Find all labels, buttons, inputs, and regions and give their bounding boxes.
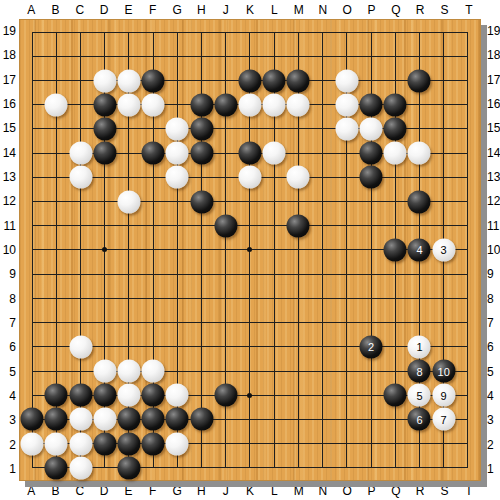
intersection-K18[interactable] xyxy=(238,44,262,68)
intersection-S12[interactable] xyxy=(432,189,456,213)
intersection-J17[interactable] xyxy=(214,68,238,92)
intersection-A18[interactable] xyxy=(20,44,44,68)
intersection-H6[interactable] xyxy=(189,335,213,359)
intersection-N1[interactable] xyxy=(311,456,335,480)
intersection-F13[interactable] xyxy=(141,165,165,189)
intersection-H7[interactable] xyxy=(189,311,213,335)
intersection-J2[interactable] xyxy=(214,432,238,456)
intersection-L16[interactable] xyxy=(262,93,286,117)
intersection-A6[interactable] xyxy=(20,335,44,359)
intersection-E12[interactable] xyxy=(117,189,141,213)
intersection-K4[interactable] xyxy=(238,383,262,407)
intersection-J18[interactable] xyxy=(214,44,238,68)
intersection-R5[interactable]: 8 xyxy=(407,359,431,383)
intersection-P8[interactable] xyxy=(359,286,383,310)
intersection-K16[interactable] xyxy=(238,93,262,117)
intersection-L4[interactable] xyxy=(262,383,286,407)
intersection-T7[interactable] xyxy=(456,311,480,335)
intersection-A16[interactable] xyxy=(20,93,44,117)
intersection-P2[interactable] xyxy=(359,432,383,456)
intersection-C17[interactable] xyxy=(68,68,92,92)
intersection-H9[interactable] xyxy=(189,262,213,286)
intersection-H3[interactable] xyxy=(189,407,213,431)
intersection-H10[interactable] xyxy=(189,238,213,262)
intersection-E6[interactable] xyxy=(117,335,141,359)
intersection-O5[interactable] xyxy=(335,359,359,383)
intersection-Q13[interactable] xyxy=(383,165,407,189)
intersection-A8[interactable] xyxy=(20,286,44,310)
intersection-N4[interactable] xyxy=(311,383,335,407)
intersection-F1[interactable] xyxy=(141,456,165,480)
intersection-A13[interactable] xyxy=(20,165,44,189)
intersection-K10[interactable] xyxy=(238,238,262,262)
intersection-S16[interactable] xyxy=(432,93,456,117)
intersection-B14[interactable] xyxy=(44,141,68,165)
intersection-S17[interactable] xyxy=(432,68,456,92)
intersection-D16[interactable] xyxy=(93,93,117,117)
intersection-K9[interactable] xyxy=(238,262,262,286)
intersection-O3[interactable] xyxy=(335,407,359,431)
intersection-Q12[interactable] xyxy=(383,189,407,213)
intersection-M2[interactable] xyxy=(286,432,310,456)
intersection-S6[interactable] xyxy=(432,335,456,359)
intersection-K14[interactable] xyxy=(238,141,262,165)
intersection-M8[interactable] xyxy=(286,286,310,310)
intersection-D18[interactable] xyxy=(93,44,117,68)
intersection-G17[interactable] xyxy=(165,68,189,92)
intersection-P1[interactable] xyxy=(359,456,383,480)
intersection-N12[interactable] xyxy=(311,189,335,213)
intersection-E11[interactable] xyxy=(117,214,141,238)
intersection-C4[interactable] xyxy=(68,383,92,407)
intersection-G3[interactable] xyxy=(165,407,189,431)
intersection-G12[interactable] xyxy=(165,189,189,213)
intersection-N5[interactable] xyxy=(311,359,335,383)
intersection-E7[interactable] xyxy=(117,311,141,335)
intersection-C16[interactable] xyxy=(68,93,92,117)
intersection-L18[interactable] xyxy=(262,44,286,68)
intersection-P14[interactable] xyxy=(359,141,383,165)
intersection-M7[interactable] xyxy=(286,311,310,335)
intersection-E13[interactable] xyxy=(117,165,141,189)
intersection-D14[interactable] xyxy=(93,141,117,165)
intersection-B16[interactable] xyxy=(44,93,68,117)
intersection-Q18[interactable] xyxy=(383,44,407,68)
intersection-O14[interactable] xyxy=(335,141,359,165)
intersection-G8[interactable] xyxy=(165,286,189,310)
intersection-E9[interactable] xyxy=(117,262,141,286)
intersection-B6[interactable] xyxy=(44,335,68,359)
intersection-A12[interactable] xyxy=(20,189,44,213)
intersection-H4[interactable] xyxy=(189,383,213,407)
intersection-G14[interactable] xyxy=(165,141,189,165)
intersection-M14[interactable] xyxy=(286,141,310,165)
intersection-R6[interactable]: 1 xyxy=(407,335,431,359)
intersection-M17[interactable] xyxy=(286,68,310,92)
intersection-T9[interactable] xyxy=(456,262,480,286)
intersection-M19[interactable] xyxy=(286,20,310,44)
intersection-A4[interactable] xyxy=(20,383,44,407)
intersection-O1[interactable] xyxy=(335,456,359,480)
intersection-A3[interactable] xyxy=(20,407,44,431)
intersection-C13[interactable] xyxy=(68,165,92,189)
intersection-H8[interactable] xyxy=(189,286,213,310)
intersection-D12[interactable] xyxy=(93,189,117,213)
intersection-S11[interactable] xyxy=(432,214,456,238)
intersection-P3[interactable] xyxy=(359,407,383,431)
intersection-L7[interactable] xyxy=(262,311,286,335)
intersection-J8[interactable] xyxy=(214,286,238,310)
intersection-B19[interactable] xyxy=(44,20,68,44)
intersection-F12[interactable] xyxy=(141,189,165,213)
intersection-O9[interactable] xyxy=(335,262,359,286)
intersection-K13[interactable] xyxy=(238,165,262,189)
intersection-T19[interactable] xyxy=(456,20,480,44)
intersection-G11[interactable] xyxy=(165,214,189,238)
intersection-Q15[interactable] xyxy=(383,117,407,141)
intersection-S18[interactable] xyxy=(432,44,456,68)
intersection-H14[interactable] xyxy=(189,141,213,165)
intersection-B5[interactable] xyxy=(44,359,68,383)
intersection-C3[interactable] xyxy=(68,407,92,431)
intersection-P16[interactable] xyxy=(359,93,383,117)
intersection-F6[interactable] xyxy=(141,335,165,359)
intersection-D10[interactable] xyxy=(93,238,117,262)
intersection-M9[interactable] xyxy=(286,262,310,286)
intersection-Q1[interactable] xyxy=(383,456,407,480)
intersection-E15[interactable] xyxy=(117,117,141,141)
intersection-B11[interactable] xyxy=(44,214,68,238)
intersection-S7[interactable] xyxy=(432,311,456,335)
intersection-D15[interactable] xyxy=(93,117,117,141)
intersection-R12[interactable] xyxy=(407,189,431,213)
intersection-P11[interactable] xyxy=(359,214,383,238)
intersection-G10[interactable] xyxy=(165,238,189,262)
intersection-L3[interactable] xyxy=(262,407,286,431)
intersection-B18[interactable] xyxy=(44,44,68,68)
intersection-Q16[interactable] xyxy=(383,93,407,117)
intersection-L6[interactable] xyxy=(262,335,286,359)
intersection-K7[interactable] xyxy=(238,311,262,335)
intersection-K6[interactable] xyxy=(238,335,262,359)
intersection-R10[interactable]: 4 xyxy=(407,238,431,262)
intersection-H18[interactable] xyxy=(189,44,213,68)
intersection-J12[interactable] xyxy=(214,189,238,213)
intersection-N2[interactable] xyxy=(311,432,335,456)
intersection-T11[interactable] xyxy=(456,214,480,238)
intersection-Q9[interactable] xyxy=(383,262,407,286)
intersection-D7[interactable] xyxy=(93,311,117,335)
intersection-C7[interactable] xyxy=(68,311,92,335)
intersection-R4[interactable]: 5 xyxy=(407,383,431,407)
intersection-D2[interactable] xyxy=(93,432,117,456)
intersection-R14[interactable] xyxy=(407,141,431,165)
intersection-R7[interactable] xyxy=(407,311,431,335)
intersection-T14[interactable] xyxy=(456,141,480,165)
intersection-M16[interactable] xyxy=(286,93,310,117)
intersection-B2[interactable] xyxy=(44,432,68,456)
intersection-K11[interactable] xyxy=(238,214,262,238)
intersection-C12[interactable] xyxy=(68,189,92,213)
intersection-H2[interactable] xyxy=(189,432,213,456)
intersection-F5[interactable] xyxy=(141,359,165,383)
intersection-F16[interactable] xyxy=(141,93,165,117)
intersection-E10[interactable] xyxy=(117,238,141,262)
intersection-T5[interactable] xyxy=(456,359,480,383)
intersection-L2[interactable] xyxy=(262,432,286,456)
intersection-C1[interactable] xyxy=(68,456,92,480)
intersection-R19[interactable] xyxy=(407,20,431,44)
intersection-S15[interactable] xyxy=(432,117,456,141)
intersection-T15[interactable] xyxy=(456,117,480,141)
intersection-T6[interactable] xyxy=(456,335,480,359)
intersection-R3[interactable]: 6 xyxy=(407,407,431,431)
intersection-F9[interactable] xyxy=(141,262,165,286)
intersection-E2[interactable] xyxy=(117,432,141,456)
intersection-D4[interactable] xyxy=(93,383,117,407)
intersection-G18[interactable] xyxy=(165,44,189,68)
intersection-Q17[interactable] xyxy=(383,68,407,92)
intersection-O12[interactable] xyxy=(335,189,359,213)
intersection-R2[interactable] xyxy=(407,432,431,456)
intersection-B9[interactable] xyxy=(44,262,68,286)
intersection-O13[interactable] xyxy=(335,165,359,189)
intersection-F8[interactable] xyxy=(141,286,165,310)
intersection-J15[interactable] xyxy=(214,117,238,141)
intersection-P15[interactable] xyxy=(359,117,383,141)
intersection-J7[interactable] xyxy=(214,311,238,335)
intersection-S10[interactable]: 3 xyxy=(432,238,456,262)
intersection-J14[interactable] xyxy=(214,141,238,165)
intersection-J9[interactable] xyxy=(214,262,238,286)
intersection-L5[interactable] xyxy=(262,359,286,383)
intersection-C10[interactable] xyxy=(68,238,92,262)
intersection-C9[interactable] xyxy=(68,262,92,286)
intersection-L15[interactable] xyxy=(262,117,286,141)
intersection-A5[interactable] xyxy=(20,359,44,383)
intersection-M1[interactable] xyxy=(286,456,310,480)
intersection-G5[interactable] xyxy=(165,359,189,383)
intersection-T8[interactable] xyxy=(456,286,480,310)
intersection-S13[interactable] xyxy=(432,165,456,189)
intersection-R11[interactable] xyxy=(407,214,431,238)
intersection-M6[interactable] xyxy=(286,335,310,359)
intersection-N11[interactable] xyxy=(311,214,335,238)
intersection-P9[interactable] xyxy=(359,262,383,286)
intersection-R8[interactable] xyxy=(407,286,431,310)
intersection-E14[interactable] xyxy=(117,141,141,165)
intersection-F19[interactable] xyxy=(141,20,165,44)
intersection-B10[interactable] xyxy=(44,238,68,262)
intersection-R1[interactable] xyxy=(407,456,431,480)
intersection-O2[interactable] xyxy=(335,432,359,456)
intersection-H1[interactable] xyxy=(189,456,213,480)
intersection-A9[interactable] xyxy=(20,262,44,286)
intersection-T18[interactable] xyxy=(456,44,480,68)
intersection-O17[interactable] xyxy=(335,68,359,92)
intersection-M3[interactable] xyxy=(286,407,310,431)
intersection-K19[interactable] xyxy=(238,20,262,44)
intersection-L10[interactable] xyxy=(262,238,286,262)
intersection-Q2[interactable] xyxy=(383,432,407,456)
intersection-E8[interactable] xyxy=(117,286,141,310)
intersection-L1[interactable] xyxy=(262,456,286,480)
intersection-C19[interactable] xyxy=(68,20,92,44)
intersection-G19[interactable] xyxy=(165,20,189,44)
intersection-P18[interactable] xyxy=(359,44,383,68)
intersection-E19[interactable] xyxy=(117,20,141,44)
intersection-T17[interactable] xyxy=(456,68,480,92)
intersection-N19[interactable] xyxy=(311,20,335,44)
intersection-M15[interactable] xyxy=(286,117,310,141)
intersection-D5[interactable] xyxy=(93,359,117,383)
intersection-D3[interactable] xyxy=(93,407,117,431)
intersection-S2[interactable] xyxy=(432,432,456,456)
intersection-K12[interactable] xyxy=(238,189,262,213)
intersection-C2[interactable] xyxy=(68,432,92,456)
intersection-F17[interactable] xyxy=(141,68,165,92)
intersection-E18[interactable] xyxy=(117,44,141,68)
intersection-F18[interactable] xyxy=(141,44,165,68)
intersection-H15[interactable] xyxy=(189,117,213,141)
intersection-R13[interactable] xyxy=(407,165,431,189)
intersection-T16[interactable] xyxy=(456,93,480,117)
intersection-J13[interactable] xyxy=(214,165,238,189)
intersection-D17[interactable] xyxy=(93,68,117,92)
intersection-A11[interactable] xyxy=(20,214,44,238)
intersection-L11[interactable] xyxy=(262,214,286,238)
intersection-N16[interactable] xyxy=(311,93,335,117)
intersection-L9[interactable] xyxy=(262,262,286,286)
intersection-P12[interactable] xyxy=(359,189,383,213)
intersection-T3[interactable] xyxy=(456,407,480,431)
intersection-D8[interactable] xyxy=(93,286,117,310)
intersection-Q3[interactable] xyxy=(383,407,407,431)
intersection-O11[interactable] xyxy=(335,214,359,238)
intersection-A19[interactable] xyxy=(20,20,44,44)
intersection-Q8[interactable] xyxy=(383,286,407,310)
intersection-D6[interactable] xyxy=(93,335,117,359)
intersection-P4[interactable] xyxy=(359,383,383,407)
intersection-D11[interactable] xyxy=(93,214,117,238)
intersection-B12[interactable] xyxy=(44,189,68,213)
intersection-C5[interactable] xyxy=(68,359,92,383)
intersection-M10[interactable] xyxy=(286,238,310,262)
intersection-O10[interactable] xyxy=(335,238,359,262)
intersection-T1[interactable] xyxy=(456,456,480,480)
intersection-B4[interactable] xyxy=(44,383,68,407)
intersection-A7[interactable] xyxy=(20,311,44,335)
intersection-B17[interactable] xyxy=(44,68,68,92)
intersection-E16[interactable] xyxy=(117,93,141,117)
intersection-H16[interactable] xyxy=(189,93,213,117)
intersection-C15[interactable] xyxy=(68,117,92,141)
intersection-Q7[interactable] xyxy=(383,311,407,335)
intersection-L14[interactable] xyxy=(262,141,286,165)
intersection-P7[interactable] xyxy=(359,311,383,335)
intersection-J19[interactable] xyxy=(214,20,238,44)
intersection-C11[interactable] xyxy=(68,214,92,238)
intersection-T12[interactable] xyxy=(456,189,480,213)
intersection-C8[interactable] xyxy=(68,286,92,310)
intersection-H17[interactable] xyxy=(189,68,213,92)
intersection-G16[interactable] xyxy=(165,93,189,117)
intersection-T2[interactable] xyxy=(456,432,480,456)
intersection-P5[interactable] xyxy=(359,359,383,383)
intersection-Q6[interactable] xyxy=(383,335,407,359)
intersection-L8[interactable] xyxy=(262,286,286,310)
intersection-Q5[interactable] xyxy=(383,359,407,383)
intersection-E17[interactable] xyxy=(117,68,141,92)
intersection-N7[interactable] xyxy=(311,311,335,335)
intersection-L12[interactable] xyxy=(262,189,286,213)
intersection-Q14[interactable] xyxy=(383,141,407,165)
intersection-K5[interactable] xyxy=(238,359,262,383)
intersection-H19[interactable] xyxy=(189,20,213,44)
intersection-N14[interactable] xyxy=(311,141,335,165)
intersection-Q4[interactable] xyxy=(383,383,407,407)
intersection-O16[interactable] xyxy=(335,93,359,117)
intersection-J11[interactable] xyxy=(214,214,238,238)
intersection-N6[interactable] xyxy=(311,335,335,359)
intersection-G4[interactable] xyxy=(165,383,189,407)
intersection-J16[interactable] xyxy=(214,93,238,117)
intersection-B7[interactable] xyxy=(44,311,68,335)
intersection-K15[interactable] xyxy=(238,117,262,141)
intersection-G7[interactable] xyxy=(165,311,189,335)
intersection-O4[interactable] xyxy=(335,383,359,407)
intersection-O15[interactable] xyxy=(335,117,359,141)
intersection-F14[interactable] xyxy=(141,141,165,165)
intersection-G1[interactable] xyxy=(165,456,189,480)
intersection-G15[interactable] xyxy=(165,117,189,141)
intersection-A15[interactable] xyxy=(20,117,44,141)
intersection-H13[interactable] xyxy=(189,165,213,189)
intersection-F3[interactable] xyxy=(141,407,165,431)
intersection-E1[interactable] xyxy=(117,456,141,480)
intersection-B1[interactable] xyxy=(44,456,68,480)
intersection-Q10[interactable] xyxy=(383,238,407,262)
intersection-S9[interactable] xyxy=(432,262,456,286)
intersection-H11[interactable] xyxy=(189,214,213,238)
intersection-N9[interactable] xyxy=(311,262,335,286)
intersection-S1[interactable] xyxy=(432,456,456,480)
intersection-J1[interactable] xyxy=(214,456,238,480)
intersection-P6[interactable]: 2 xyxy=(359,335,383,359)
intersection-O8[interactable] xyxy=(335,286,359,310)
intersection-P17[interactable] xyxy=(359,68,383,92)
intersection-S3[interactable]: 7 xyxy=(432,407,456,431)
intersection-D9[interactable] xyxy=(93,262,117,286)
intersection-T10[interactable] xyxy=(456,238,480,262)
intersection-C14[interactable] xyxy=(68,141,92,165)
intersection-R18[interactable] xyxy=(407,44,431,68)
intersection-M5[interactable] xyxy=(286,359,310,383)
intersection-P19[interactable] xyxy=(359,20,383,44)
intersection-S4[interactable]: 9 xyxy=(432,383,456,407)
intersection-B15[interactable] xyxy=(44,117,68,141)
intersection-O18[interactable] xyxy=(335,44,359,68)
intersection-T4[interactable] xyxy=(456,383,480,407)
intersection-H5[interactable] xyxy=(189,359,213,383)
intersection-O19[interactable] xyxy=(335,20,359,44)
intersection-E5[interactable] xyxy=(117,359,141,383)
intersection-G6[interactable] xyxy=(165,335,189,359)
intersection-F7[interactable] xyxy=(141,311,165,335)
intersection-S14[interactable] xyxy=(432,141,456,165)
intersection-L17[interactable] xyxy=(262,68,286,92)
intersection-E4[interactable] xyxy=(117,383,141,407)
